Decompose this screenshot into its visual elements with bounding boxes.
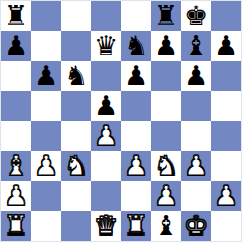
square-b6[interactable]: ♟ xyxy=(31,61,61,91)
square-g2[interactable] xyxy=(181,181,211,211)
square-g6[interactable]: ♟ xyxy=(181,61,211,91)
square-a1[interactable]: ♜ xyxy=(1,211,31,241)
white-pawn-h2[interactable]: ♟ xyxy=(214,182,238,209)
square-b7[interactable] xyxy=(31,31,61,61)
black-rook-a8[interactable]: ♜ xyxy=(4,2,28,29)
square-d5[interactable]: ♟ xyxy=(91,91,121,121)
square-f8[interactable]: ♜ xyxy=(151,1,181,31)
black-pawn-e6[interactable]: ♟ xyxy=(124,62,148,89)
square-a6[interactable] xyxy=(1,61,31,91)
square-f6[interactable] xyxy=(151,61,181,91)
square-e3[interactable]: ♟ xyxy=(121,151,151,181)
square-b4[interactable] xyxy=(31,121,61,151)
square-c7[interactable] xyxy=(61,31,91,61)
square-d2[interactable] xyxy=(91,181,121,211)
square-h1[interactable] xyxy=(211,211,241,241)
white-bishop-a3[interactable]: ♝ xyxy=(4,152,28,179)
square-b2[interactable] xyxy=(31,181,61,211)
square-g4[interactable] xyxy=(181,121,211,151)
chess-board: ♜♜♚♟♛♞♟♝♟♟♞♟♟♟♟♝♟♞♟♞♟♟♟♟♜♛♜♝♚ xyxy=(0,0,242,242)
square-g7[interactable]: ♝ xyxy=(181,31,211,61)
square-e7[interactable]: ♞ xyxy=(121,31,151,61)
square-d7[interactable]: ♛ xyxy=(91,31,121,61)
black-rook-f8[interactable]: ♜ xyxy=(154,2,178,29)
square-c6[interactable]: ♞ xyxy=(61,61,91,91)
square-c1[interactable] xyxy=(61,211,91,241)
square-e6[interactable]: ♟ xyxy=(121,61,151,91)
square-h5[interactable] xyxy=(211,91,241,121)
black-pawn-h7[interactable]: ♟ xyxy=(214,32,238,59)
square-c5[interactable] xyxy=(61,91,91,121)
square-d8[interactable] xyxy=(91,1,121,31)
black-pawn-d5[interactable]: ♟ xyxy=(94,92,118,119)
square-f7[interactable]: ♟ xyxy=(151,31,181,61)
square-g8[interactable]: ♚ xyxy=(181,1,211,31)
white-knight-f3[interactable]: ♞ xyxy=(154,152,178,179)
square-h2[interactable]: ♟ xyxy=(211,181,241,211)
square-c8[interactable] xyxy=(61,1,91,31)
white-knight-c3[interactable]: ♞ xyxy=(64,152,88,179)
square-f5[interactable] xyxy=(151,91,181,121)
square-g5[interactable] xyxy=(181,91,211,121)
square-a5[interactable] xyxy=(1,91,31,121)
black-pawn-a7[interactable]: ♟ xyxy=(4,32,28,59)
square-b1[interactable] xyxy=(31,211,61,241)
square-d3[interactable] xyxy=(91,151,121,181)
square-a3[interactable]: ♝ xyxy=(1,151,31,181)
white-king-g1[interactable]: ♚ xyxy=(184,212,208,239)
white-rook-e1[interactable]: ♜ xyxy=(124,212,148,239)
square-f1[interactable]: ♝ xyxy=(151,211,181,241)
white-pawn-a2[interactable]: ♟ xyxy=(4,182,28,209)
black-knight-c6[interactable]: ♞ xyxy=(64,62,88,89)
square-f2[interactable]: ♟ xyxy=(151,181,181,211)
square-e1[interactable]: ♜ xyxy=(121,211,151,241)
square-f4[interactable] xyxy=(151,121,181,151)
square-b8[interactable] xyxy=(31,1,61,31)
square-e8[interactable] xyxy=(121,1,151,31)
square-h3[interactable] xyxy=(211,151,241,181)
black-pawn-b6[interactable]: ♟ xyxy=(34,62,58,89)
square-e5[interactable] xyxy=(121,91,151,121)
square-h8[interactable] xyxy=(211,1,241,31)
white-pawn-f2[interactable]: ♟ xyxy=(154,182,178,209)
square-a8[interactable]: ♜ xyxy=(1,1,31,31)
square-c4[interactable] xyxy=(61,121,91,151)
black-pawn-f7[interactable]: ♟ xyxy=(154,32,178,59)
black-knight-e7[interactable]: ♞ xyxy=(124,32,148,59)
white-pawn-b3[interactable]: ♟ xyxy=(34,152,58,179)
square-h4[interactable] xyxy=(211,121,241,151)
black-bishop-g7[interactable]: ♝ xyxy=(184,32,208,59)
square-c3[interactable]: ♞ xyxy=(61,151,91,181)
square-f3[interactable]: ♞ xyxy=(151,151,181,181)
square-b3[interactable]: ♟ xyxy=(31,151,61,181)
black-bishop-f1[interactable]: ♝ xyxy=(154,212,178,239)
white-pawn-e3[interactable]: ♟ xyxy=(124,152,148,179)
square-a7[interactable]: ♟ xyxy=(1,31,31,61)
white-pawn-d4[interactable]: ♟ xyxy=(94,122,118,149)
square-e2[interactable] xyxy=(121,181,151,211)
square-a4[interactable] xyxy=(1,121,31,151)
square-e4[interactable] xyxy=(121,121,151,151)
white-queen-d1[interactable]: ♛ xyxy=(94,212,118,239)
square-g3[interactable]: ♟ xyxy=(181,151,211,181)
square-d6[interactable] xyxy=(91,61,121,91)
white-rook-a1[interactable]: ♜ xyxy=(4,212,28,239)
square-b5[interactable] xyxy=(31,91,61,121)
square-d1[interactable]: ♛ xyxy=(91,211,121,241)
square-g1[interactable]: ♚ xyxy=(181,211,211,241)
square-a2[interactable]: ♟ xyxy=(1,181,31,211)
square-d4[interactable]: ♟ xyxy=(91,121,121,151)
black-pawn-g6[interactable]: ♟ xyxy=(184,62,208,89)
black-queen-d7[interactable]: ♛ xyxy=(94,32,118,59)
square-c2[interactable] xyxy=(61,181,91,211)
white-pawn-g3[interactable]: ♟ xyxy=(184,152,208,179)
black-king-g8[interactable]: ♚ xyxy=(184,2,208,29)
square-h6[interactable] xyxy=(211,61,241,91)
square-h7[interactable]: ♟ xyxy=(211,31,241,61)
